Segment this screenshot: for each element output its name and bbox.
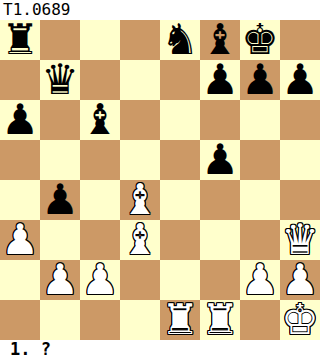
square-a5[interactable]: [0, 140, 40, 180]
square-d4[interactable]: ♝: [120, 180, 160, 220]
piece-black-pawn[interactable]: ♟: [240, 60, 280, 100]
piece-white-bishop[interactable]: ♝: [120, 220, 160, 260]
square-d8[interactable]: [120, 20, 160, 60]
square-b2[interactable]: ♟: [40, 260, 80, 300]
square-b3[interactable]: [40, 220, 80, 260]
square-g6[interactable]: [240, 100, 280, 140]
piece-white-pawn[interactable]: ♟: [280, 260, 320, 300]
square-f5[interactable]: ♟: [200, 140, 240, 180]
piece-black-knight[interactable]: ♞: [160, 20, 200, 60]
square-d7[interactable]: [120, 60, 160, 100]
square-c3[interactable]: [80, 220, 120, 260]
piece-black-pawn[interactable]: ♟: [200, 140, 240, 180]
square-a4[interactable]: [0, 180, 40, 220]
piece-white-pawn[interactable]: ♟: [80, 260, 120, 300]
square-b8[interactable]: [40, 20, 80, 60]
square-e4[interactable]: [160, 180, 200, 220]
piece-white-pawn[interactable]: ♟: [0, 220, 40, 260]
square-d5[interactable]: [120, 140, 160, 180]
square-d1[interactable]: [120, 300, 160, 340]
square-c8[interactable]: [80, 20, 120, 60]
chess-board: ♜♞♝♚♛♟♟♟♟♝♟♟♝♟♝♛♟♟♟♟♜♜♚: [0, 20, 320, 340]
piece-black-pawn[interactable]: ♟: [0, 100, 40, 140]
square-a2[interactable]: [0, 260, 40, 300]
square-c4[interactable]: [80, 180, 120, 220]
piece-white-rook[interactable]: ♜: [160, 300, 200, 340]
square-c1[interactable]: [80, 300, 120, 340]
square-c6[interactable]: ♝: [80, 100, 120, 140]
square-b1[interactable]: [40, 300, 80, 340]
square-f4[interactable]: [200, 180, 240, 220]
square-a8[interactable]: ♜: [0, 20, 40, 60]
square-g2[interactable]: ♟: [240, 260, 280, 300]
piece-white-pawn[interactable]: ♟: [40, 260, 80, 300]
piece-black-pawn[interactable]: ♟: [280, 60, 320, 100]
square-h2[interactable]: ♟: [280, 260, 320, 300]
piece-black-bishop[interactable]: ♝: [200, 20, 240, 60]
square-a3[interactable]: ♟: [0, 220, 40, 260]
square-c7[interactable]: [80, 60, 120, 100]
move-prompt: 1. ?: [10, 339, 51, 359]
piece-white-pawn[interactable]: ♟: [240, 260, 280, 300]
piece-white-bishop[interactable]: ♝: [120, 180, 160, 220]
square-e8[interactable]: ♞: [160, 20, 200, 60]
piece-black-pawn[interactable]: ♟: [200, 60, 240, 100]
square-c5[interactable]: [80, 140, 120, 180]
square-f2[interactable]: [200, 260, 240, 300]
square-h7[interactable]: ♟: [280, 60, 320, 100]
square-g4[interactable]: [240, 180, 280, 220]
square-h8[interactable]: [280, 20, 320, 60]
square-e1[interactable]: ♜: [160, 300, 200, 340]
piece-white-queen[interactable]: ♛: [280, 220, 320, 260]
square-b6[interactable]: [40, 100, 80, 140]
square-e6[interactable]: [160, 100, 200, 140]
square-b4[interactable]: ♟: [40, 180, 80, 220]
square-h6[interactable]: [280, 100, 320, 140]
square-g8[interactable]: ♚: [240, 20, 280, 60]
square-d2[interactable]: [120, 260, 160, 300]
square-e7[interactable]: [160, 60, 200, 100]
piece-black-king[interactable]: ♚: [240, 20, 280, 60]
square-a1[interactable]: [0, 300, 40, 340]
square-g5[interactable]: [240, 140, 280, 180]
square-a6[interactable]: ♟: [0, 100, 40, 140]
square-f1[interactable]: ♜: [200, 300, 240, 340]
square-c2[interactable]: ♟: [80, 260, 120, 300]
square-e5[interactable]: [160, 140, 200, 180]
piece-black-bishop[interactable]: ♝: [80, 100, 120, 140]
square-h1[interactable]: ♚: [280, 300, 320, 340]
piece-black-queen[interactable]: ♛: [40, 60, 80, 100]
square-f6[interactable]: [200, 100, 240, 140]
piece-white-rook[interactable]: ♜: [200, 300, 240, 340]
square-h4[interactable]: [280, 180, 320, 220]
square-h3[interactable]: ♛: [280, 220, 320, 260]
piece-white-king[interactable]: ♚: [280, 300, 320, 340]
square-g3[interactable]: [240, 220, 280, 260]
square-d3[interactable]: ♝: [120, 220, 160, 260]
square-a7[interactable]: [0, 60, 40, 100]
square-f8[interactable]: ♝: [200, 20, 240, 60]
square-e3[interactable]: [160, 220, 200, 260]
square-f7[interactable]: ♟: [200, 60, 240, 100]
square-e2[interactable]: [160, 260, 200, 300]
square-h5[interactable]: [280, 140, 320, 180]
square-b7[interactable]: ♛: [40, 60, 80, 100]
square-b5[interactable]: [40, 140, 80, 180]
square-g7[interactable]: ♟: [240, 60, 280, 100]
square-f3[interactable]: [200, 220, 240, 260]
square-d6[interactable]: [120, 100, 160, 140]
piece-black-rook[interactable]: ♜: [0, 20, 40, 60]
piece-black-pawn[interactable]: ♟: [40, 180, 80, 220]
square-g1[interactable]: [240, 300, 280, 340]
